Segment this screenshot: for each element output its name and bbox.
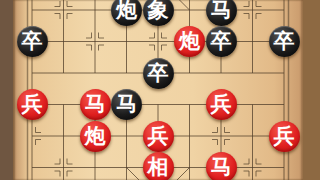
- red-elephant-label: 相: [148, 157, 169, 178]
- piece-black-soldier[interactable]: 卒: [269, 26, 300, 57]
- black-horse-label: 马: [116, 94, 137, 115]
- red-soldier-label: 兵: [211, 94, 232, 115]
- piece-black-soldier[interactable]: 卒: [206, 26, 237, 57]
- piece-black-soldier[interactable]: 卒: [17, 26, 48, 57]
- piece-red-cannon[interactable]: 炮: [174, 26, 205, 57]
- piece-red-elephant[interactable]: 相: [143, 152, 174, 180]
- black-soldier-label: 卒: [148, 63, 169, 84]
- black-soldier-label: 卒: [274, 31, 295, 52]
- piece-red-soldier[interactable]: 兵: [269, 121, 300, 152]
- red-soldier-label: 兵: [22, 94, 43, 115]
- red-cannon-label: 炮: [179, 31, 200, 52]
- red-horse-label: 马: [85, 94, 106, 115]
- red-soldier-label: 兵: [148, 126, 169, 147]
- piece-black-horse[interactable]: 马: [206, 0, 237, 26]
- piece-red-soldier[interactable]: 兵: [143, 121, 174, 152]
- red-cannon-label: 炮: [85, 126, 106, 147]
- black-horse-label: 马: [211, 0, 232, 21]
- piece-black-soldier[interactable]: 卒: [143, 58, 174, 89]
- piece-red-soldier[interactable]: 兵: [17, 89, 48, 120]
- xiangqi-app-screen: 炮象马卒炮卒卒卒兵马马兵炮兵兵相马: [0, 0, 320, 180]
- piece-red-soldier[interactable]: 兵: [206, 89, 237, 120]
- black-elephant-label: 象: [148, 0, 169, 21]
- black-soldier-label: 卒: [211, 31, 232, 52]
- red-soldier-label: 兵: [274, 126, 295, 147]
- black-soldier-label: 卒: [22, 31, 43, 52]
- piece-red-cannon[interactable]: 炮: [80, 121, 111, 152]
- piece-red-horse[interactable]: 马: [206, 152, 237, 180]
- piece-black-horse[interactable]: 马: [111, 89, 142, 120]
- piece-red-horse[interactable]: 马: [80, 89, 111, 120]
- red-horse-label: 马: [211, 157, 232, 178]
- black-cannon-label: 炮: [116, 0, 137, 21]
- piece-black-elephant[interactable]: 象: [143, 0, 174, 26]
